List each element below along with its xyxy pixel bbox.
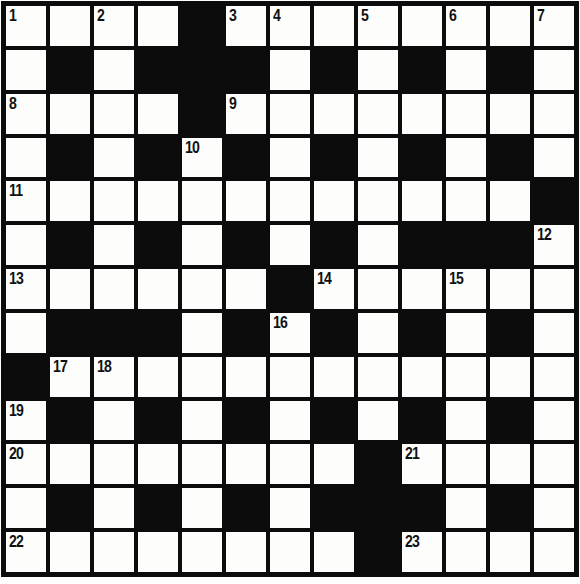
clue-number: 17 xyxy=(53,357,67,376)
grid-cell[interactable] xyxy=(94,225,134,265)
black-cell xyxy=(358,444,398,484)
clue-number: 11 xyxy=(9,181,22,200)
clue-number: 3 xyxy=(229,6,236,25)
black-cell xyxy=(226,50,266,90)
grid-cell[interactable] xyxy=(446,401,486,441)
black-cell xyxy=(226,488,266,528)
black-cell xyxy=(182,50,222,90)
black-cell xyxy=(402,225,442,265)
grid-cell[interactable] xyxy=(446,94,486,134)
grid-cell[interactable]: 10 xyxy=(182,138,222,178)
grid-cell[interactable]: 21 xyxy=(402,444,442,484)
grid-cell[interactable] xyxy=(270,181,310,221)
clue-number: 18 xyxy=(97,357,111,376)
grid-cell[interactable]: 17 xyxy=(50,357,90,397)
grid-cell[interactable]: 2 xyxy=(94,6,134,46)
black-cell xyxy=(226,225,266,265)
grid-cell[interactable] xyxy=(402,269,442,309)
black-cell xyxy=(314,313,354,353)
grid-cell[interactable] xyxy=(490,444,530,484)
grid-cell[interactable] xyxy=(138,532,178,572)
grid-cell[interactable] xyxy=(402,94,442,134)
grid-cell[interactable] xyxy=(50,269,90,309)
grid-cell[interactable]: 7 xyxy=(534,6,574,46)
black-cell xyxy=(402,50,442,90)
grid-cell[interactable]: 11 xyxy=(6,181,46,221)
black-cell xyxy=(402,488,442,528)
black-cell xyxy=(490,488,530,528)
black-cell xyxy=(182,6,222,46)
crossword-page: 1234567891011121314151617181920212223 xyxy=(0,0,580,584)
grid-cell[interactable] xyxy=(314,94,354,134)
grid-cell[interactable] xyxy=(490,357,530,397)
grid-cell[interactable]: 8 xyxy=(6,94,46,134)
grid-cell[interactable] xyxy=(182,444,222,484)
grid-cell[interactable] xyxy=(446,181,486,221)
clue-number: 7 xyxy=(537,6,544,25)
grid-cell[interactable] xyxy=(314,532,354,572)
grid-cell[interactable] xyxy=(534,94,574,134)
grid-cell[interactable] xyxy=(490,269,530,309)
grid-cell[interactable] xyxy=(94,181,134,221)
clue-number: 23 xyxy=(405,532,419,551)
black-cell xyxy=(50,313,90,353)
black-cell xyxy=(402,401,442,441)
black-cell xyxy=(446,225,486,265)
grid-cell[interactable] xyxy=(94,444,134,484)
grid-cell[interactable] xyxy=(6,488,46,528)
black-cell xyxy=(226,401,266,441)
black-cell xyxy=(314,401,354,441)
clue-number: 15 xyxy=(449,269,463,288)
clue-number: 19 xyxy=(9,401,23,420)
grid-cell[interactable] xyxy=(50,444,90,484)
black-cell xyxy=(138,488,178,528)
black-cell xyxy=(50,50,90,90)
black-cell xyxy=(534,181,574,221)
grid-cell[interactable] xyxy=(402,181,442,221)
grid-cell[interactable] xyxy=(534,138,574,178)
grid-cell[interactable] xyxy=(226,269,266,309)
grid-cell[interactable] xyxy=(446,357,486,397)
grid-cell[interactable] xyxy=(446,532,486,572)
grid-cell[interactable] xyxy=(534,488,574,528)
grid-cell[interactable]: 16 xyxy=(270,313,310,353)
grid-cell[interactable] xyxy=(138,6,178,46)
grid-cell[interactable] xyxy=(270,488,310,528)
clue-number: 10 xyxy=(185,138,199,157)
black-cell xyxy=(314,488,354,528)
grid-cell[interactable] xyxy=(314,181,354,221)
clue-number: 20 xyxy=(9,444,23,463)
grid-cell[interactable] xyxy=(358,313,398,353)
grid-cell[interactable]: 15 xyxy=(446,269,486,309)
crossword-grid: 1234567891011121314151617181920212223 xyxy=(1,1,579,577)
clue-number: 12 xyxy=(537,225,551,244)
grid-cell[interactable] xyxy=(182,181,222,221)
grid-cell[interactable] xyxy=(6,50,46,90)
black-cell xyxy=(402,138,442,178)
grid-cell[interactable] xyxy=(182,532,222,572)
grid-cell[interactable] xyxy=(534,532,574,572)
black-cell xyxy=(402,313,442,353)
grid-cell[interactable] xyxy=(314,444,354,484)
grid-cell[interactable] xyxy=(94,532,134,572)
grid-cell[interactable] xyxy=(182,269,222,309)
black-cell xyxy=(490,138,530,178)
grid-cell[interactable] xyxy=(226,357,266,397)
grid-cell[interactable] xyxy=(270,444,310,484)
grid-cell[interactable] xyxy=(314,6,354,46)
grid-cell[interactable] xyxy=(182,225,222,265)
grid-cell[interactable] xyxy=(50,6,90,46)
grid-cell[interactable] xyxy=(94,401,134,441)
grid-cell[interactable]: 13 xyxy=(6,269,46,309)
grid-cell[interactable] xyxy=(6,313,46,353)
grid-cell[interactable] xyxy=(138,181,178,221)
grid-cell[interactable] xyxy=(534,444,574,484)
grid-cell[interactable] xyxy=(358,50,398,90)
grid-cell[interactable] xyxy=(270,225,310,265)
black-cell xyxy=(226,313,266,353)
black-cell xyxy=(94,313,134,353)
black-cell xyxy=(138,313,178,353)
black-cell xyxy=(358,488,398,528)
grid-cell[interactable] xyxy=(182,313,222,353)
grid-cell[interactable] xyxy=(270,532,310,572)
grid-cell[interactable]: 9 xyxy=(226,94,266,134)
clue-number: 13 xyxy=(9,269,23,288)
grid-cell[interactable] xyxy=(94,269,134,309)
grid-cell[interactable]: 12 xyxy=(534,225,574,265)
grid-cell[interactable] xyxy=(358,94,398,134)
grid-cell[interactable] xyxy=(534,357,574,397)
grid-cell[interactable] xyxy=(534,401,574,441)
grid-cell[interactable] xyxy=(226,181,266,221)
grid-cell[interactable]: 20 xyxy=(6,444,46,484)
clue-number: 14 xyxy=(317,269,331,288)
grid-cell[interactable] xyxy=(446,50,486,90)
black-cell xyxy=(6,357,46,397)
grid-cell[interactable] xyxy=(446,138,486,178)
black-cell xyxy=(314,225,354,265)
clue-number: 9 xyxy=(229,94,236,113)
grid-cell[interactable] xyxy=(270,138,310,178)
grid-cell[interactable] xyxy=(490,94,530,134)
black-cell xyxy=(226,138,266,178)
black-cell xyxy=(270,269,310,309)
black-cell xyxy=(50,488,90,528)
black-cell xyxy=(50,138,90,178)
grid-cell[interactable]: 22 xyxy=(6,532,46,572)
clue-number: 21 xyxy=(405,444,419,463)
grid-cell[interactable]: 5 xyxy=(358,6,398,46)
grid-cell[interactable] xyxy=(226,532,266,572)
grid-cell[interactable] xyxy=(226,444,266,484)
grid-cell[interactable]: 23 xyxy=(402,532,442,572)
grid-cell[interactable] xyxy=(182,401,222,441)
grid-cell[interactable] xyxy=(490,181,530,221)
grid-cell[interactable] xyxy=(314,357,354,397)
grid-cell[interactable] xyxy=(446,444,486,484)
grid-cell[interactable]: 6 xyxy=(446,6,486,46)
grid-cell[interactable] xyxy=(534,269,574,309)
clue-number: 6 xyxy=(449,6,456,25)
grid-cell[interactable]: 19 xyxy=(6,401,46,441)
grid-cell[interactable] xyxy=(490,6,530,46)
clue-number: 1 xyxy=(9,6,16,25)
clue-number: 16 xyxy=(273,313,287,332)
black-cell xyxy=(358,532,398,572)
grid-cell[interactable] xyxy=(138,357,178,397)
grid-cell[interactable]: 1 xyxy=(6,6,46,46)
grid-cell[interactable] xyxy=(358,269,398,309)
grid-cell[interactable] xyxy=(270,50,310,90)
black-cell xyxy=(50,401,90,441)
black-cell xyxy=(490,50,530,90)
grid-cell[interactable] xyxy=(358,138,398,178)
grid-cell[interactable] xyxy=(446,313,486,353)
grid-cell[interactable] xyxy=(446,488,486,528)
grid-cell[interactable] xyxy=(534,313,574,353)
clue-number: 22 xyxy=(9,532,23,551)
grid-cell[interactable] xyxy=(358,181,398,221)
grid-cell[interactable] xyxy=(94,488,134,528)
black-cell xyxy=(50,225,90,265)
grid-cell[interactable] xyxy=(94,50,134,90)
black-cell xyxy=(490,401,530,441)
black-cell xyxy=(182,94,222,134)
grid-cell[interactable] xyxy=(50,532,90,572)
grid-cell[interactable] xyxy=(94,138,134,178)
clue-number: 2 xyxy=(97,6,104,25)
grid-cell[interactable]: 4 xyxy=(270,6,310,46)
black-cell xyxy=(490,313,530,353)
black-cell xyxy=(490,225,530,265)
black-cell xyxy=(314,138,354,178)
grid-cell[interactable] xyxy=(490,532,530,572)
grid-cell[interactable] xyxy=(402,6,442,46)
grid-cell[interactable] xyxy=(270,401,310,441)
grid-cell[interactable] xyxy=(138,94,178,134)
grid-cell[interactable] xyxy=(50,181,90,221)
grid-cell[interactable] xyxy=(94,94,134,134)
grid-cell[interactable] xyxy=(358,225,398,265)
clue-number: 8 xyxy=(9,94,16,113)
grid-cell[interactable] xyxy=(358,401,398,441)
clue-number: 5 xyxy=(361,6,368,25)
grid-cell[interactable] xyxy=(6,138,46,178)
grid-cell[interactable] xyxy=(182,357,222,397)
grid-cell[interactable] xyxy=(270,94,310,134)
grid-cell[interactable] xyxy=(138,444,178,484)
grid-cell[interactable] xyxy=(270,357,310,397)
grid-cell[interactable] xyxy=(182,488,222,528)
grid-cell[interactable]: 14 xyxy=(314,269,354,309)
black-cell xyxy=(138,50,178,90)
grid-cell[interactable] xyxy=(402,357,442,397)
grid-cell[interactable] xyxy=(50,94,90,134)
black-cell xyxy=(138,401,178,441)
grid-cell[interactable] xyxy=(534,50,574,90)
clue-number: 4 xyxy=(273,6,280,25)
grid-cell[interactable]: 3 xyxy=(226,6,266,46)
grid-cell[interactable] xyxy=(358,357,398,397)
black-cell xyxy=(138,225,178,265)
grid-cell[interactable] xyxy=(138,269,178,309)
black-cell xyxy=(138,138,178,178)
grid-cell[interactable]: 18 xyxy=(94,357,134,397)
grid-cell[interactable] xyxy=(6,225,46,265)
black-cell xyxy=(314,50,354,90)
